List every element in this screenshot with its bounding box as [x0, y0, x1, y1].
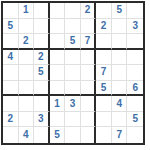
sudoku-cell-r8c4-empty[interactable]	[50, 112, 66, 128]
sudoku-cell-r6c5-empty[interactable]	[65, 81, 81, 97]
sudoku-cell-r7c5-given: 3	[65, 96, 81, 112]
sudoku-cell-r6c8-empty[interactable]	[112, 81, 128, 97]
sudoku-cell-r5c6-empty[interactable]	[81, 65, 97, 81]
sudoku-cell-r8c8-empty[interactable]	[112, 112, 128, 128]
sudoku-cell-r7c6-empty[interactable]	[81, 96, 97, 112]
sudoku-cell-r2c6-empty[interactable]	[81, 19, 97, 35]
sudoku-cell-r3c6-given: 7	[81, 34, 97, 50]
sudoku-cell-r3c4-empty[interactable]	[50, 34, 66, 50]
sudoku-cell-r3c1-empty[interactable]	[3, 34, 19, 50]
sudoku-cell-r3c2-given: 2	[19, 34, 35, 50]
sudoku-cell-r4c1-given: 4	[3, 50, 19, 66]
sudoku-cell-r5c1-empty[interactable]	[3, 65, 19, 81]
sudoku-cell-r9c1-empty[interactable]	[3, 127, 19, 143]
sudoku-cell-r1c2-given: 1	[19, 3, 35, 19]
sudoku-cell-r1c9-empty[interactable]	[127, 3, 143, 19]
sudoku-cell-r2c4-empty[interactable]	[50, 19, 66, 35]
sudoku-cell-r1c4-empty[interactable]	[50, 3, 66, 19]
sudoku-cell-r8c9-given: 5	[127, 112, 143, 128]
sudoku-cell-r8c6-empty[interactable]	[81, 112, 97, 128]
sudoku-cell-r5c5-empty[interactable]	[65, 65, 81, 81]
sudoku-cell-r1c6-given: 2	[81, 3, 97, 19]
sudoku-cell-r3c7-empty[interactable]	[96, 34, 112, 50]
sudoku-cell-r4c3-given: 2	[34, 50, 50, 66]
sudoku-cell-r7c8-given: 4	[112, 96, 128, 112]
sudoku-cell-r7c3-empty[interactable]	[34, 96, 50, 112]
sudoku-cell-r9c4-given: 5	[50, 127, 66, 143]
sudoku-cell-r3c5-given: 5	[65, 34, 81, 50]
sudoku-cell-r2c7-given: 2	[96, 19, 112, 35]
sudoku-cell-r8c7-empty[interactable]	[96, 112, 112, 128]
sudoku-board: 125523257425756134235457	[1, 1, 145, 145]
sudoku-cell-r7c9-empty[interactable]	[127, 96, 143, 112]
sudoku-cell-r1c3-empty[interactable]	[34, 3, 50, 19]
sudoku-cell-r7c7-empty[interactable]	[96, 96, 112, 112]
sudoku-cell-r5c3-given: 5	[34, 65, 50, 81]
sudoku-cell-r6c3-empty[interactable]	[34, 81, 50, 97]
sudoku-cell-r5c9-empty[interactable]	[127, 65, 143, 81]
sudoku-cell-r1c5-empty[interactable]	[65, 3, 81, 19]
sudoku-cell-r6c7-given: 5	[96, 81, 112, 97]
sudoku-cell-r6c1-empty[interactable]	[3, 81, 19, 97]
sudoku-cell-r4c8-empty[interactable]	[112, 50, 128, 66]
sudoku-cell-r4c4-empty[interactable]	[50, 50, 66, 66]
sudoku-cell-r7c2-empty[interactable]	[19, 96, 35, 112]
sudoku-cell-r9c7-empty[interactable]	[96, 127, 112, 143]
sudoku-cell-r1c7-empty[interactable]	[96, 3, 112, 19]
sudoku-cell-r9c3-empty[interactable]	[34, 127, 50, 143]
sudoku-cell-r6c9-given: 6	[127, 81, 143, 97]
sudoku-cell-r9c8-given: 7	[112, 127, 128, 143]
sudoku-cell-r2c1-given: 5	[3, 19, 19, 35]
sudoku-cell-r7c4-given: 1	[50, 96, 66, 112]
sudoku-cell-r6c6-empty[interactable]	[81, 81, 97, 97]
sudoku-cell-r8c1-given: 2	[3, 112, 19, 128]
sudoku-cell-r6c2-empty[interactable]	[19, 81, 35, 97]
sudoku-cell-r7c1-empty[interactable]	[3, 96, 19, 112]
sudoku-cell-r1c8-given: 5	[112, 3, 128, 19]
sudoku-cell-r2c8-empty[interactable]	[112, 19, 128, 35]
sudoku-cell-r4c6-empty[interactable]	[81, 50, 97, 66]
sudoku-cell-r3c9-empty[interactable]	[127, 34, 143, 50]
sudoku-cell-r1c1-empty[interactable]	[3, 3, 19, 19]
sudoku-cell-r2c2-empty[interactable]	[19, 19, 35, 35]
sudoku-cell-r5c4-empty[interactable]	[50, 65, 66, 81]
sudoku-cell-r4c9-empty[interactable]	[127, 50, 143, 66]
sudoku-cell-r9c2-given: 4	[19, 127, 35, 143]
sudoku-cell-r6c4-empty[interactable]	[50, 81, 66, 97]
sudoku-cell-r3c8-empty[interactable]	[112, 34, 128, 50]
sudoku-cell-r5c7-given: 7	[96, 65, 112, 81]
sudoku-cell-r9c9-empty[interactable]	[127, 127, 143, 143]
sudoku-cell-r9c6-empty[interactable]	[81, 127, 97, 143]
sudoku-cell-r3c3-empty[interactable]	[34, 34, 50, 50]
sudoku-cell-r4c2-empty[interactable]	[19, 50, 35, 66]
sudoku-cell-r8c3-given: 3	[34, 112, 50, 128]
sudoku-cell-r4c5-empty[interactable]	[65, 50, 81, 66]
sudoku-cell-r9c5-empty[interactable]	[65, 127, 81, 143]
sudoku-cell-r8c2-empty[interactable]	[19, 112, 35, 128]
sudoku-cell-r2c9-given: 3	[127, 19, 143, 35]
sudoku-cell-r5c2-empty[interactable]	[19, 65, 35, 81]
sudoku-cell-r5c8-empty[interactable]	[112, 65, 128, 81]
sudoku-cell-r2c3-empty[interactable]	[34, 19, 50, 35]
sudoku-cell-r2c5-empty[interactable]	[65, 19, 81, 35]
sudoku-cell-r8c5-empty[interactable]	[65, 112, 81, 128]
sudoku-cell-r4c7-empty[interactable]	[96, 50, 112, 66]
